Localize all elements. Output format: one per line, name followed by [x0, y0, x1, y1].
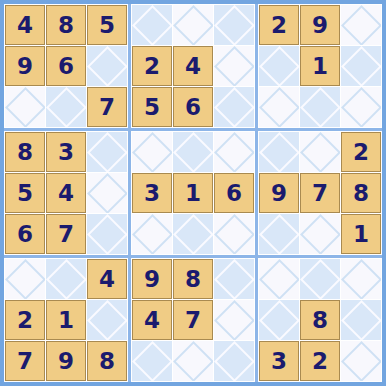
cell-r6c4[interactable]	[132, 214, 172, 254]
diamond-icon	[5, 259, 45, 299]
cell-r2c2: 6	[46, 46, 86, 86]
diamond-icon	[259, 259, 299, 299]
box-3-3: 832	[258, 258, 382, 382]
diamond-icon	[173, 5, 213, 45]
cell-r1c1: 4	[5, 5, 45, 45]
cell-r2c5: 4	[173, 46, 213, 86]
diamond-icon	[173, 341, 213, 381]
cell-r2c6[interactable]	[214, 46, 254, 86]
cell-r9c9[interactable]	[341, 341, 381, 381]
cell-r5c5: 1	[173, 173, 213, 213]
cell-r6c7[interactable]	[259, 214, 299, 254]
cell-r5c9: 8	[341, 173, 381, 213]
box-3-1: 421798	[4, 258, 128, 382]
diamond-icon	[5, 87, 45, 127]
diamond-icon	[173, 132, 213, 172]
cell-r1c4[interactable]	[132, 5, 172, 45]
cell-r1c2: 8	[46, 5, 86, 45]
cell-r5c3[interactable]	[87, 173, 127, 213]
cell-r9c5[interactable]	[173, 341, 213, 381]
diamond-icon	[259, 300, 299, 340]
diamond-icon	[341, 5, 381, 45]
cell-r2c4: 2	[132, 46, 172, 86]
cell-r5c8: 7	[300, 173, 340, 213]
diamond-icon	[132, 341, 172, 381]
cell-r4c4[interactable]	[132, 132, 172, 172]
cell-r5c6: 6	[214, 173, 254, 213]
cell-r9c8: 2	[300, 341, 340, 381]
diamond-icon	[259, 132, 299, 172]
diamond-icon	[300, 259, 340, 299]
cell-r3c5: 6	[173, 87, 213, 127]
diamond-icon	[132, 132, 172, 172]
cell-r8c4: 4	[132, 300, 172, 340]
cell-r6c6[interactable]	[214, 214, 254, 254]
diamond-icon	[259, 46, 299, 86]
diamond-icon	[214, 5, 254, 45]
cell-r3c7[interactable]	[259, 87, 299, 127]
cell-r7c1[interactable]	[5, 259, 45, 299]
diamond-icon	[341, 259, 381, 299]
cell-r5c2: 4	[46, 173, 86, 213]
diamond-icon	[87, 46, 127, 86]
cell-r7c8[interactable]	[300, 259, 340, 299]
cell-r5c1: 5	[5, 173, 45, 213]
diamond-icon	[132, 5, 172, 45]
diamond-icon	[87, 300, 127, 340]
cell-r3c1[interactable]	[5, 87, 45, 127]
diamond-icon	[259, 214, 299, 254]
cell-r3c9[interactable]	[341, 87, 381, 127]
cell-r7c7[interactable]	[259, 259, 299, 299]
cell-r4c9: 2	[341, 132, 381, 172]
diamond-icon	[214, 46, 254, 86]
cell-r4c6[interactable]	[214, 132, 254, 172]
cell-r1c7: 2	[259, 5, 299, 45]
cell-r9c6[interactable]	[214, 341, 254, 381]
cell-r7c5: 8	[173, 259, 213, 299]
cell-r1c8: 9	[300, 5, 340, 45]
diamond-icon	[214, 300, 254, 340]
cell-r9c4[interactable]	[132, 341, 172, 381]
diamond-icon	[46, 87, 86, 127]
diamond-icon	[87, 132, 127, 172]
cell-r5c7: 9	[259, 173, 299, 213]
diamond-icon	[214, 259, 254, 299]
cell-r2c8: 1	[300, 46, 340, 86]
diamond-icon	[214, 132, 254, 172]
cell-r6c1: 6	[5, 214, 45, 254]
cell-r8c6[interactable]	[214, 300, 254, 340]
cell-r2c7[interactable]	[259, 46, 299, 86]
cell-r7c9[interactable]	[341, 259, 381, 299]
diamond-icon	[46, 259, 86, 299]
cell-r7c2[interactable]	[46, 259, 86, 299]
diamond-icon	[214, 341, 254, 381]
diamond-icon	[300, 87, 340, 127]
diamond-icon	[214, 214, 254, 254]
box-1-2: 2456	[131, 4, 255, 128]
cell-r6c9: 1	[341, 214, 381, 254]
diamond-icon	[341, 87, 381, 127]
cell-r8c1: 2	[5, 300, 45, 340]
cell-r9c2: 9	[46, 341, 86, 381]
diamond-icon	[300, 132, 340, 172]
sudoku-board: 4859672456291835467316297814217989847832	[0, 0, 386, 386]
cell-r6c2: 7	[46, 214, 86, 254]
cell-r5c4: 3	[132, 173, 172, 213]
cell-r2c9[interactable]	[341, 46, 381, 86]
cell-r1c6[interactable]	[214, 5, 254, 45]
cell-r2c1: 9	[5, 46, 45, 86]
cell-r8c3[interactable]	[87, 300, 127, 340]
cell-r3c2[interactable]	[46, 87, 86, 127]
cell-r4c2: 3	[46, 132, 86, 172]
cell-r1c5[interactable]	[173, 5, 213, 45]
diamond-icon	[341, 300, 381, 340]
cell-r4c8[interactable]	[300, 132, 340, 172]
cell-r8c9[interactable]	[341, 300, 381, 340]
cell-r7c3: 4	[87, 259, 127, 299]
box-1-3: 291	[258, 4, 382, 128]
cell-r4c5[interactable]	[173, 132, 213, 172]
box-2-2: 316	[131, 131, 255, 255]
cell-r4c1: 8	[5, 132, 45, 172]
cell-r4c7[interactable]	[259, 132, 299, 172]
cell-r3c3: 7	[87, 87, 127, 127]
box-3-2: 9847	[131, 258, 255, 382]
diamond-icon	[300, 214, 340, 254]
diamond-icon	[341, 46, 381, 86]
cell-r8c5: 7	[173, 300, 213, 340]
cell-r6c8[interactable]	[300, 214, 340, 254]
box-1-1: 485967	[4, 4, 128, 128]
diamond-icon	[341, 341, 381, 381]
box-2-3: 29781	[258, 131, 382, 255]
diamond-icon	[132, 214, 172, 254]
cell-r4c3[interactable]	[87, 132, 127, 172]
cell-r1c9[interactable]	[341, 5, 381, 45]
cell-r6c3[interactable]	[87, 214, 127, 254]
cell-r8c7[interactable]	[259, 300, 299, 340]
cell-r8c2: 1	[46, 300, 86, 340]
cell-r3c8[interactable]	[300, 87, 340, 127]
diamond-icon	[214, 87, 254, 127]
cell-r2c3[interactable]	[87, 46, 127, 86]
box-2-1: 835467	[4, 131, 128, 255]
cell-r9c3: 8	[87, 341, 127, 381]
diamond-icon	[259, 87, 299, 127]
diamond-icon	[173, 214, 213, 254]
cell-r3c4: 5	[132, 87, 172, 127]
cell-r8c8: 8	[300, 300, 340, 340]
cell-r1c3: 5	[87, 5, 127, 45]
cell-r7c4: 9	[132, 259, 172, 299]
cell-r9c7: 3	[259, 341, 299, 381]
cell-r6c5[interactable]	[173, 214, 213, 254]
cell-r7c6[interactable]	[214, 259, 254, 299]
diamond-icon	[87, 214, 127, 254]
cell-r9c1: 7	[5, 341, 45, 381]
cell-r3c6[interactable]	[214, 87, 254, 127]
diamond-icon	[87, 173, 127, 213]
